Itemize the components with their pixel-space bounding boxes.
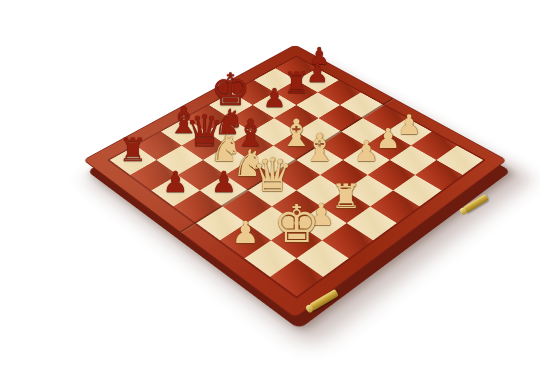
chess-board: [83, 45, 507, 319]
board-grid: [110, 57, 483, 297]
product-photo-scene: ♜♝♚♛♞♟♜♟♝♟♟♟♞♞♛♝♝♟♟♟♟♚♟♜: [0, 0, 540, 370]
captured-pawn-marker: [314, 61, 325, 67]
